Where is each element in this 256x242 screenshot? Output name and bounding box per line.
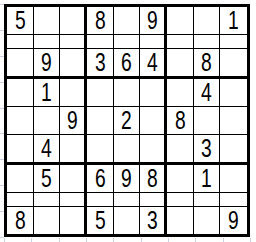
cell-r7c5[interactable]: 9 [114,165,141,193]
cell-r6c6[interactable] [140,135,167,165]
margin-gridline [250,238,251,242]
given-digit: 1 [228,7,239,34]
cell-r9c5[interactable] [114,207,141,234]
given-digit: 6 [121,49,132,76]
margin-gridline [0,82,4,83]
cell-r4c1[interactable] [7,79,34,107]
cell-r5c4[interactable] [87,107,114,135]
cell-r6c1[interactable] [7,135,34,165]
given-digit: 5 [14,7,25,34]
given-digit: 3 [147,207,158,234]
given-digit: 6 [94,165,105,192]
given-digit: 5 [41,165,52,192]
cell-r4c7[interactable] [167,79,194,107]
given-digit: 8 [147,165,158,192]
cell-r7c9[interactable] [220,165,247,193]
given-digit: 3 [94,49,105,76]
cell-r5c9[interactable] [220,107,247,135]
margin-gridline [0,159,4,160]
cell-r4c5[interactable] [114,79,141,107]
margin-gridline [0,30,4,31]
cell-r4c2[interactable]: 1 [34,79,61,107]
cell-r9c6[interactable]: 3 [140,207,167,234]
cell-r8c5[interactable] [114,193,141,207]
cell-r9c3[interactable] [60,207,87,234]
cell-r7c6[interactable]: 8 [140,165,167,193]
cell-r9c9[interactable]: 9 [220,207,247,234]
cell-r6c8[interactable]: 3 [194,135,221,165]
cell-r5c7[interactable]: 8 [167,107,194,135]
cell-r3c9[interactable] [220,49,247,79]
cell-r1c6[interactable]: 9 [140,7,167,35]
cell-r2c1[interactable] [7,35,34,49]
margin-gridline [0,108,4,109]
cell-r6c4[interactable] [87,135,114,165]
sudoku-screenshot: 5891936481492843569818539 [0,0,256,242]
cell-r6c2[interactable]: 4 [34,135,61,165]
given-digit: 8 [201,49,212,76]
given-digit: 8 [94,7,105,34]
margin-gridline [0,237,4,238]
cell-r3c3[interactable] [60,49,87,79]
cell-r2c7[interactable] [167,35,194,49]
margin-gridline [223,238,224,242]
cell-r2c9[interactable] [220,35,247,49]
cell-r6c3[interactable] [60,135,87,165]
cell-r7c4[interactable]: 6 [87,165,114,193]
margin-gridline [0,185,4,186]
cell-r3c1[interactable] [7,49,34,79]
cell-r6c9[interactable] [220,135,247,165]
margin-gridline [59,238,60,242]
given-digit: 1 [41,79,52,106]
cell-r8c3[interactable] [60,193,87,207]
cell-r2c3[interactable] [60,35,87,49]
cell-r3c2[interactable]: 9 [34,49,61,79]
given-digit: 4 [201,79,212,106]
cell-r1c3[interactable] [60,7,87,35]
cell-r9c1[interactable]: 8 [7,207,34,234]
cell-r1c2[interactable] [34,7,61,35]
cell-r7c1[interactable] [7,165,34,193]
cell-r9c2[interactable] [34,207,61,234]
cell-r7c3[interactable] [60,165,87,193]
cell-r7c8[interactable]: 1 [194,165,221,193]
given-digit: 8 [14,207,25,234]
cell-r4c9[interactable] [220,79,247,107]
cell-r1c5[interactable] [114,7,141,35]
cell-r7c7[interactable] [167,165,194,193]
cell-r6c7[interactable] [167,135,194,165]
margin-gridline [113,238,114,242]
given-digit: 4 [41,135,52,162]
cell-r5c1[interactable] [7,107,34,135]
given-digit: 2 [121,107,132,134]
cell-r5c6[interactable] [140,107,167,135]
cell-r5c2[interactable] [34,107,61,135]
cell-r1c7[interactable] [167,7,194,35]
cell-r1c8[interactable] [194,7,221,35]
cell-r1c1[interactable]: 5 [7,7,34,35]
cell-r5c3[interactable]: 9 [60,107,87,135]
cell-r5c5[interactable]: 2 [114,107,141,135]
cell-r1c4[interactable]: 8 [87,7,114,35]
cell-r3c5[interactable]: 6 [114,49,141,79]
cell-r3c8[interactable]: 8 [194,49,221,79]
cell-r8c2[interactable] [34,193,61,207]
given-digit: 9 [41,49,52,76]
margin-gridline [0,4,4,5]
cell-r3c7[interactable] [167,49,194,79]
cell-r8c7[interactable] [167,193,194,207]
cell-r1c9[interactable]: 1 [220,7,247,35]
given-digit: 1 [201,165,212,192]
cell-r5c8[interactable] [194,107,221,135]
cell-r9c7[interactable] [167,207,194,234]
cell-r7c2[interactable]: 5 [34,165,61,193]
given-digit: 3 [201,135,212,162]
sudoku-board: 5891936481492843569818539 [4,4,250,237]
margin-gridline [4,238,5,242]
margin-gridline [141,238,142,242]
given-digit: 9 [67,107,78,134]
cell-r6c5[interactable] [114,135,141,165]
cell-r4c8[interactable]: 4 [194,79,221,107]
cell-r9c4[interactable]: 5 [87,207,114,234]
cell-r4c4[interactable] [87,79,114,107]
cell-r8c8[interactable] [194,193,221,207]
cell-r3c6[interactable]: 4 [140,49,167,79]
margin-gridline [0,211,4,212]
cell-r4c6[interactable] [140,79,167,107]
given-digit: 9 [121,165,132,192]
margin-gridline [0,56,4,57]
margin-gridline [31,238,32,242]
margin-gridline [195,238,196,242]
margin-gridline [0,133,4,134]
given-digit: 9 [147,7,158,34]
margin-gridline [168,238,169,242]
given-digit: 5 [94,207,105,234]
given-digit: 8 [174,107,185,134]
cell-r4c3[interactable] [60,79,87,107]
margin-gridline [86,238,87,242]
given-digit: 4 [147,49,158,76]
given-digit: 9 [228,207,239,234]
cell-r9c8[interactable] [194,207,221,234]
cell-r3c4[interactable]: 3 [87,49,114,79]
